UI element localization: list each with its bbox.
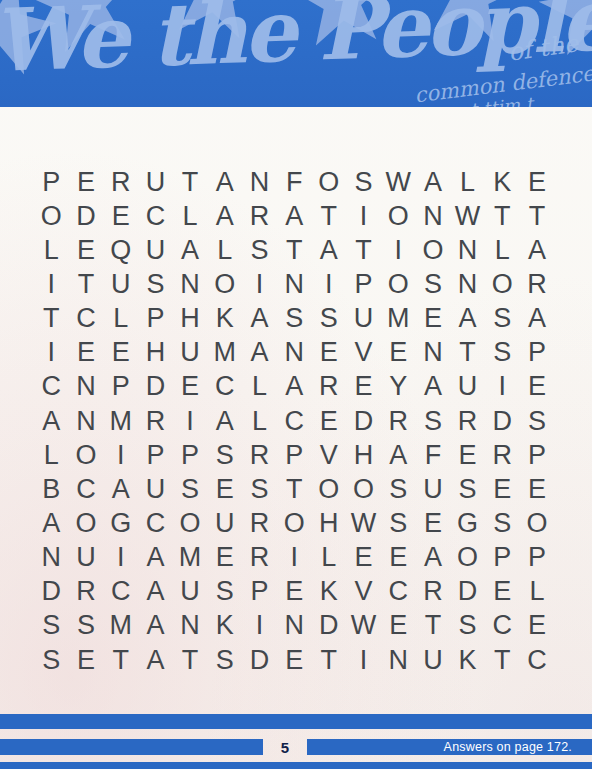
grid-cell-r9c11[interactable]: A xyxy=(381,438,416,472)
grid-cell-r8c13[interactable]: R xyxy=(450,404,485,438)
grid-cell-r10c1[interactable]: B xyxy=(34,472,69,506)
grid-cell-r1c12[interactable]: A xyxy=(416,165,451,199)
grid-cell-r11c6[interactable]: U xyxy=(207,506,242,540)
grid-cell-r7c2[interactable]: N xyxy=(69,370,104,404)
grid-cell-r15c10[interactable]: I xyxy=(346,643,381,677)
grid-cell-r15c14[interactable]: T xyxy=(485,643,520,677)
grid-cell-r6c12[interactable]: N xyxy=(416,336,451,370)
grid-cell-r12c12[interactable]: A xyxy=(416,541,451,575)
grid-cell-r3c4[interactable]: U xyxy=(138,233,173,267)
grid-cell-r10c6[interactable]: E xyxy=(207,472,242,506)
grid-cell-r3c13[interactable]: N xyxy=(450,233,485,267)
grid-cell-r13c1[interactable]: D xyxy=(34,575,69,609)
grid-cell-r6c5[interactable]: U xyxy=(173,336,208,370)
grid-cell-r12c15[interactable]: P xyxy=(520,541,555,575)
grid-cell-r9c15[interactable]: P xyxy=(520,438,555,472)
grid-cell-r14c8[interactable]: N xyxy=(277,609,312,643)
grid-cell-r9c12[interactable]: F xyxy=(416,438,451,472)
grid-cell-r12c5[interactable]: M xyxy=(173,541,208,575)
grid-cell-r4c14[interactable]: O xyxy=(485,267,520,301)
grid-cell-r11c14[interactable]: S xyxy=(485,506,520,540)
grid-cell-r11c8[interactable]: O xyxy=(277,506,312,540)
grid-cell-r9c4[interactable]: P xyxy=(138,438,173,472)
grid-cell-r6c8[interactable]: N xyxy=(277,336,312,370)
grid-cell-r12c10[interactable]: E xyxy=(346,541,381,575)
grid-cell-r14c9[interactable]: D xyxy=(312,609,347,643)
grid-cell-r9c5[interactable]: P xyxy=(173,438,208,472)
grid-cell-r13c7[interactable]: P xyxy=(242,575,277,609)
grid-cell-r5c10[interactable]: U xyxy=(346,302,381,336)
grid-cell-r9c7[interactable]: R xyxy=(242,438,277,472)
grid-cell-r2c11[interactable]: O xyxy=(381,199,416,233)
grid-cell-r6c13[interactable]: T xyxy=(450,336,485,370)
grid-cell-r10c11[interactable]: S xyxy=(381,472,416,506)
grid-cell-r8c7[interactable]: L xyxy=(242,404,277,438)
grid-cell-r7c15[interactable]: E xyxy=(520,370,555,404)
grid-cell-r12c8[interactable]: I xyxy=(277,541,312,575)
grid-cell-r11c7[interactable]: R xyxy=(242,506,277,540)
grid-cell-r11c12[interactable]: E xyxy=(416,506,451,540)
grid-cell-r8c2[interactable]: N xyxy=(69,404,104,438)
grid-cell-r7c14[interactable]: I xyxy=(485,370,520,404)
grid-cell-r10c13[interactable]: S xyxy=(450,472,485,506)
grid-cell-r5c6[interactable]: K xyxy=(207,302,242,336)
grid-cell-r4c11[interactable]: O xyxy=(381,267,416,301)
grid-cell-r13c6[interactable]: S xyxy=(207,575,242,609)
grid-cell-r8c15[interactable]: S xyxy=(520,404,555,438)
grid-cell-r2c7[interactable]: R xyxy=(242,199,277,233)
grid-cell-r4c13[interactable]: N xyxy=(450,267,485,301)
grid-cell-r14c1[interactable]: S xyxy=(34,609,69,643)
grid-cell-r5c9[interactable]: S xyxy=(312,302,347,336)
grid-cell-r3c5[interactable]: A xyxy=(173,233,208,267)
grid-cell-r8c9[interactable]: E xyxy=(312,404,347,438)
grid-cell-r13c4[interactable]: A xyxy=(138,575,173,609)
grid-cell-r2c5[interactable]: L xyxy=(173,199,208,233)
grid-cell-r14c3[interactable]: M xyxy=(103,609,138,643)
grid-cell-r1c10[interactable]: S xyxy=(346,165,381,199)
grid-cell-r13c13[interactable]: D xyxy=(450,575,485,609)
grid-cell-r3c10[interactable]: T xyxy=(346,233,381,267)
grid-cell-r1c6[interactable]: A xyxy=(207,165,242,199)
grid-cell-r14c7[interactable]: I xyxy=(242,609,277,643)
grid-cell-r15c12[interactable]: U xyxy=(416,643,451,677)
grid-cell-r9c1[interactable]: L xyxy=(34,438,69,472)
grid-cell-r10c8[interactable]: T xyxy=(277,472,312,506)
grid-cell-r14c4[interactable]: A xyxy=(138,609,173,643)
grid-cell-r5c1[interactable]: T xyxy=(34,302,69,336)
grid-cell-r7c3[interactable]: P xyxy=(103,370,138,404)
grid-cell-r13c11[interactable]: C xyxy=(381,575,416,609)
grid-cell-r2c4[interactable]: C xyxy=(138,199,173,233)
grid-cell-r13c14[interactable]: E xyxy=(485,575,520,609)
grid-cell-r2c2[interactable]: D xyxy=(69,199,104,233)
grid-cell-r11c3[interactable]: G xyxy=(103,506,138,540)
grid-cell-r15c13[interactable]: K xyxy=(450,643,485,677)
grid-cell-r10c14[interactable]: E xyxy=(485,472,520,506)
grid-cell-r4c8[interactable]: N xyxy=(277,267,312,301)
grid-cell-r13c8[interactable]: E xyxy=(277,575,312,609)
answers-reference: Answers on page 172. xyxy=(444,740,572,754)
grid-cell-r9c14[interactable]: R xyxy=(485,438,520,472)
grid-cell-r8c12[interactable]: S xyxy=(416,404,451,438)
grid-cell-r11c13[interactable]: G xyxy=(450,506,485,540)
grid-cell-r9c2[interactable]: O xyxy=(69,438,104,472)
grid-cell-r3c15[interactable]: A xyxy=(520,233,555,267)
grid-cell-r4c7[interactable]: I xyxy=(242,267,277,301)
grid-cell-r15c1[interactable]: S xyxy=(34,643,69,677)
grid-cell-r10c9[interactable]: O xyxy=(312,472,347,506)
grid-cell-r3c3[interactable]: Q xyxy=(103,233,138,267)
grid-cell-r1c11[interactable]: W xyxy=(381,165,416,199)
grid-cell-r12c9[interactable]: L xyxy=(312,541,347,575)
grid-cell-r1c8[interactable]: F xyxy=(277,165,312,199)
grid-cell-r6c15[interactable]: P xyxy=(520,336,555,370)
grid-cell-r7c5[interactable]: E xyxy=(173,370,208,404)
grid-cell-r4c6[interactable]: O xyxy=(207,267,242,301)
grid-cell-r4c12[interactable]: S xyxy=(416,267,451,301)
grid-cell-r7c11[interactable]: Y xyxy=(381,370,416,404)
grid-cell-r11c9[interactable]: H xyxy=(312,506,347,540)
grid-cell-r7c8[interactable]: A xyxy=(277,370,312,404)
grid-cell-r4c3[interactable]: U xyxy=(103,267,138,301)
grid-cell-r15c4[interactable]: A xyxy=(138,643,173,677)
grid-cell-r7c6[interactable]: C xyxy=(207,370,242,404)
grid-cell-r1c15[interactable]: E xyxy=(520,165,555,199)
grid-cell-r2c12[interactable]: N xyxy=(416,199,451,233)
grid-cell-r2c13[interactable]: W xyxy=(450,199,485,233)
grid-cell-r15c8[interactable]: E xyxy=(277,643,312,677)
footer-rule-bottom xyxy=(0,762,592,769)
grid-cell-r12c4[interactable]: A xyxy=(138,541,173,575)
grid-cell-r2c1[interactable]: O xyxy=(34,199,69,233)
grid-cell-r4c9[interactable]: I xyxy=(312,267,347,301)
grid-cell-r11c5[interactable]: O xyxy=(173,506,208,540)
we-the-people-script: We the People xyxy=(0,0,522,89)
grid-cell-r13c2[interactable]: R xyxy=(69,575,104,609)
grid-cell-r8c1[interactable]: A xyxy=(34,404,69,438)
grid-cell-r15c2[interactable]: E xyxy=(69,643,104,677)
grid-cell-r11c1[interactable]: A xyxy=(34,506,69,540)
grid-cell-r3c9[interactable]: A xyxy=(312,233,347,267)
grid-cell-r5c2[interactable]: C xyxy=(69,302,104,336)
grid-cell-r15c11[interactable]: N xyxy=(381,643,416,677)
grid-cell-r2c10[interactable]: I xyxy=(346,199,381,233)
grid-cell-r14c12[interactable]: T xyxy=(416,609,451,643)
grid-cell-r15c6[interactable]: S xyxy=(207,643,242,677)
grid-cell-r1c9[interactable]: O xyxy=(312,165,347,199)
header-banner: ★ ★ ★ ★ ★ ★ We the People of the common … xyxy=(0,0,592,107)
grid-cell-r1c7[interactable]: N xyxy=(242,165,277,199)
grid-cell-r6c11[interactable]: E xyxy=(381,336,416,370)
grid-cell-r8c11[interactable]: R xyxy=(381,404,416,438)
footer-rule-top xyxy=(0,714,592,729)
grid-cell-r4c15[interactable]: R xyxy=(520,267,555,301)
grid-cell-r10c3[interactable]: A xyxy=(103,472,138,506)
grid-cell-r10c5[interactable]: S xyxy=(173,472,208,506)
grid-cell-r5c4[interactable]: P xyxy=(138,302,173,336)
grid-cell-r10c7[interactable]: S xyxy=(242,472,277,506)
grid-cell-r15c3[interactable]: T xyxy=(103,643,138,677)
word-grid: PERUTANFOSWALKEODECLARATIONWTTLEQUALSTAT… xyxy=(34,165,554,677)
grid-cell-r1c2[interactable]: E xyxy=(69,165,104,199)
grid-cell-r2c3[interactable]: E xyxy=(103,199,138,233)
page-number: 5 xyxy=(263,738,307,756)
grid-cell-r1c3[interactable]: R xyxy=(103,165,138,199)
footer-answers-bar: Answers on page 172. xyxy=(307,739,592,755)
grid-cell-r14c14[interactable]: C xyxy=(485,609,520,643)
grid-cell-r10c10[interactable]: O xyxy=(346,472,381,506)
grid-cell-r14c10[interactable]: W xyxy=(346,609,381,643)
grid-cell-r14c11[interactable]: E xyxy=(381,609,416,643)
grid-cell-r8c10[interactable]: D xyxy=(346,404,381,438)
grid-cell-r12c2[interactable]: U xyxy=(69,541,104,575)
grid-cell-r10c2[interactable]: C xyxy=(69,472,104,506)
grid-cell-r1c13[interactable]: L xyxy=(450,165,485,199)
grid-cell-r10c12[interactable]: U xyxy=(416,472,451,506)
grid-cell-r3c8[interactable]: T xyxy=(277,233,312,267)
grid-cell-r9c10[interactable]: H xyxy=(346,438,381,472)
grid-cell-r5c13[interactable]: A xyxy=(450,302,485,336)
grid-cell-r8c8[interactable]: C xyxy=(277,404,312,438)
grid-cell-r2c14[interactable]: T xyxy=(485,199,520,233)
grid-cell-r9c9[interactable]: V xyxy=(312,438,347,472)
grid-cell-r14c2[interactable]: S xyxy=(69,609,104,643)
grid-cell-r9c8[interactable]: P xyxy=(277,438,312,472)
grid-cell-r8c4[interactable]: R xyxy=(138,404,173,438)
grid-cell-r3c2[interactable]: E xyxy=(69,233,104,267)
grid-cell-r5c3[interactable]: L xyxy=(103,302,138,336)
grid-cell-r9c6[interactable]: S xyxy=(207,438,242,472)
grid-cell-r7c10[interactable]: E xyxy=(346,370,381,404)
grid-cell-r1c4[interactable]: U xyxy=(138,165,173,199)
grid-cell-r6c9[interactable]: E xyxy=(312,336,347,370)
grid-cell-r13c9[interactable]: K xyxy=(312,575,347,609)
grid-cell-r7c1[interactable]: C xyxy=(34,370,69,404)
grid-cell-r5c12[interactable]: E xyxy=(416,302,451,336)
grid-cell-r5c7[interactable]: A xyxy=(242,302,277,336)
grid-cell-r6c3[interactable]: E xyxy=(103,336,138,370)
book-page: ★ ★ ★ ★ ★ ★ We the People of the common … xyxy=(0,0,592,769)
grid-cell-r6c4[interactable]: H xyxy=(138,336,173,370)
grid-cell-r5c14[interactable]: S xyxy=(485,302,520,336)
grid-cell-r13c15[interactable]: L xyxy=(520,575,555,609)
grid-cell-r10c15[interactable]: E xyxy=(520,472,555,506)
grid-cell-r3c12[interactable]: O xyxy=(416,233,451,267)
grid-cell-r9c13[interactable]: E xyxy=(450,438,485,472)
grid-cell-r12c13[interactable]: O xyxy=(450,541,485,575)
grid-cell-r3c7[interactable]: S xyxy=(242,233,277,267)
grid-cell-r9c3[interactable]: I xyxy=(103,438,138,472)
grid-cell-r2c15[interactable]: T xyxy=(520,199,555,233)
grid-cell-r4c1[interactable]: I xyxy=(34,267,69,301)
grid-cell-r11c11[interactable]: S xyxy=(381,506,416,540)
grid-cell-r14c6[interactable]: K xyxy=(207,609,242,643)
grid-cell-r14c13[interactable]: S xyxy=(450,609,485,643)
grid-cell-r2c8[interactable]: A xyxy=(277,199,312,233)
grid-cell-r5c15[interactable]: A xyxy=(520,302,555,336)
grid-cell-r5c8[interactable]: S xyxy=(277,302,312,336)
grid-cell-r15c15[interactable]: C xyxy=(520,643,555,677)
grid-cell-r12c1[interactable]: N xyxy=(34,541,69,575)
grid-cell-r4c4[interactable]: S xyxy=(138,267,173,301)
grid-cell-r4c2[interactable]: T xyxy=(69,267,104,301)
grid-cell-r3c11[interactable]: I xyxy=(381,233,416,267)
footer-rule-left xyxy=(0,739,263,755)
grid-cell-r13c5[interactable]: U xyxy=(173,575,208,609)
grid-cell-r8c5[interactable]: I xyxy=(173,404,208,438)
grid-cell-r8c3[interactable]: M xyxy=(103,404,138,438)
grid-cell-r7c7[interactable]: L xyxy=(242,370,277,404)
grid-cell-r12c7[interactable]: R xyxy=(242,541,277,575)
grid-cell-r1c1[interactable]: P xyxy=(34,165,69,199)
grid-cell-r10c4[interactable]: U xyxy=(138,472,173,506)
grid-cell-r1c5[interactable]: T xyxy=(173,165,208,199)
grid-cell-r15c5[interactable]: T xyxy=(173,643,208,677)
grid-cell-r12c11[interactable]: E xyxy=(381,541,416,575)
grid-cell-r6c7[interactable]: A xyxy=(242,336,277,370)
grid-cell-r3c1[interactable]: L xyxy=(34,233,69,267)
grid-cell-r11c10[interactable]: W xyxy=(346,506,381,540)
grid-cell-r14c15[interactable]: E xyxy=(520,609,555,643)
grid-cell-r11c2[interactable]: O xyxy=(69,506,104,540)
grid-cell-r14c5[interactable]: N xyxy=(173,609,208,643)
grid-cell-r12c6[interactable]: E xyxy=(207,541,242,575)
grid-cell-r5c11[interactable]: M xyxy=(381,302,416,336)
grid-cell-r6c14[interactable]: S xyxy=(485,336,520,370)
grid-cell-r6c10[interactable]: V xyxy=(346,336,381,370)
grid-cell-r7c12[interactable]: A xyxy=(416,370,451,404)
grid-cell-r8c6[interactable]: A xyxy=(207,404,242,438)
grid-cell-r11c15[interactable]: O xyxy=(520,506,555,540)
grid-cell-r7c13[interactable]: U xyxy=(450,370,485,404)
grid-cell-r6c1[interactable]: I xyxy=(34,336,69,370)
grid-cell-r13c10[interactable]: V xyxy=(346,575,381,609)
grid-cell-r7c4[interactable]: D xyxy=(138,370,173,404)
grid-cell-r3c6[interactable]: L xyxy=(207,233,242,267)
grid-cell-r6c6[interactable]: M xyxy=(207,336,242,370)
grid-cell-r12c14[interactable]: P xyxy=(485,541,520,575)
grid-cell-r7c9[interactable]: R xyxy=(312,370,347,404)
grid-cell-r11c4[interactable]: C xyxy=(138,506,173,540)
grid-cell-r3c14[interactable]: L xyxy=(485,233,520,267)
grid-cell-r13c3[interactable]: C xyxy=(103,575,138,609)
grid-cell-r4c10[interactable]: P xyxy=(346,267,381,301)
grid-cell-r5c5[interactable]: H xyxy=(173,302,208,336)
grid-cell-r15c9[interactable]: T xyxy=(312,643,347,677)
grid-cell-r15c7[interactable]: D xyxy=(242,643,277,677)
grid-cell-r8c14[interactable]: D xyxy=(485,404,520,438)
grid-cell-r1c14[interactable]: K xyxy=(485,165,520,199)
grid-cell-r12c3[interactable]: I xyxy=(103,541,138,575)
grid-cell-r2c9[interactable]: T xyxy=(312,199,347,233)
grid-cell-r13c12[interactable]: R xyxy=(416,575,451,609)
grid-cell-r4c5[interactable]: N xyxy=(173,267,208,301)
grid-cell-r2c6[interactable]: A xyxy=(207,199,242,233)
grid-cell-r6c2[interactable]: E xyxy=(69,336,104,370)
